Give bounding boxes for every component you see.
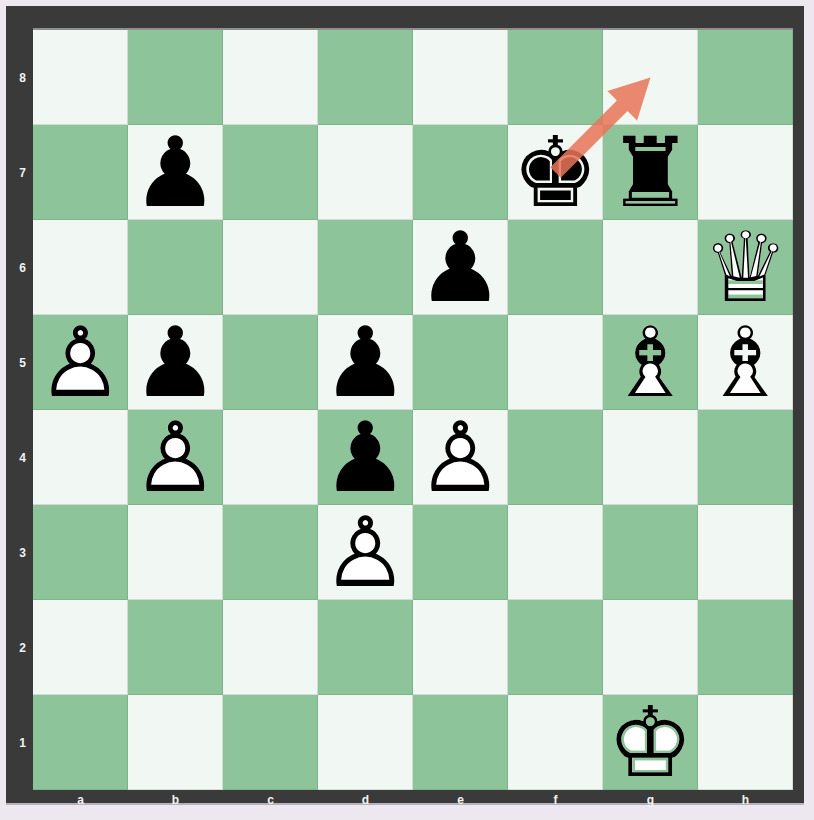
rank-label-3: 3 <box>12 505 33 600</box>
board-frame: 87654321 abcdefgh ♙♟♔♚♖♜♙♟♛♕♟♙♙♟♙♟♝♗♝♗♟♙… <box>6 6 804 803</box>
piece-black-pawn[interactable]: ♙♟ <box>128 125 223 220</box>
square-e8[interactable] <box>413 30 508 125</box>
square-c6[interactable] <box>223 220 318 315</box>
square-a2[interactable] <box>33 600 128 695</box>
rank-label-1: 1 <box>12 695 33 790</box>
square-c5[interactable] <box>223 315 318 410</box>
square-e1[interactable] <box>413 695 508 790</box>
piece-black-pawn[interactable]: ♙♟ <box>413 220 508 315</box>
square-c1[interactable] <box>223 695 318 790</box>
square-a3[interactable] <box>33 505 128 600</box>
square-a4[interactable] <box>33 410 128 505</box>
square-f8[interactable] <box>508 30 603 125</box>
rank-label-5: 5 <box>12 315 33 410</box>
square-a8[interactable] <box>33 30 128 125</box>
rank-label-7: 7 <box>12 125 33 220</box>
square-f5[interactable] <box>508 315 603 410</box>
file-label-e: e <box>413 790 508 809</box>
pawn-glyph: ♟ <box>128 125 223 220</box>
queen-glyph-underlay: ♛ <box>698 220 793 315</box>
square-h2[interactable] <box>698 600 793 695</box>
bishop-glyph: ♗ <box>698 315 793 410</box>
bishop-glyph-underlay: ♝ <box>698 315 793 410</box>
king-glyph-underlay: ♔ <box>508 125 603 220</box>
pawn-glyph: ♟ <box>128 315 223 410</box>
square-d5[interactable]: ♙♟ <box>318 315 413 410</box>
square-c4[interactable] <box>223 410 318 505</box>
piece-white-pawn[interactable]: ♟♙ <box>413 410 508 505</box>
pawn-glyph-underlay: ♙ <box>128 315 223 410</box>
file-label-b: b <box>128 790 223 809</box>
square-f1[interactable] <box>508 695 603 790</box>
file-labels: abcdefgh <box>33 790 793 809</box>
square-d6[interactable] <box>318 220 413 315</box>
square-b5[interactable]: ♙♟ <box>128 315 223 410</box>
square-f6[interactable] <box>508 220 603 315</box>
piece-white-pawn[interactable]: ♟♙ <box>33 315 128 410</box>
square-b4[interactable]: ♟♙ <box>128 410 223 505</box>
bishop-glyph: ♗ <box>603 315 698 410</box>
rank-label-4: 4 <box>12 410 33 505</box>
king-glyph: ♔ <box>603 695 698 790</box>
square-b7[interactable]: ♙♟ <box>128 125 223 220</box>
pawn-glyph-underlay: ♙ <box>318 410 413 505</box>
square-d1[interactable] <box>318 695 413 790</box>
square-f4[interactable] <box>508 410 603 505</box>
file-label-c: c <box>223 790 318 809</box>
file-label-a: a <box>33 790 128 809</box>
square-h3[interactable] <box>698 505 793 600</box>
square-d3[interactable]: ♟♙ <box>318 505 413 600</box>
square-h8[interactable] <box>698 30 793 125</box>
square-b2[interactable] <box>128 600 223 695</box>
piece-white-king[interactable]: ♚♔ <box>603 695 698 790</box>
queen-glyph: ♕ <box>698 220 793 315</box>
square-g3[interactable] <box>603 505 698 600</box>
piece-white-bishop[interactable]: ♝♗ <box>603 315 698 410</box>
pawn-glyph: ♟ <box>318 410 413 505</box>
pawn-glyph: ♙ <box>33 315 128 410</box>
square-c3[interactable] <box>223 505 318 600</box>
square-g1[interactable]: ♚♔ <box>603 695 698 790</box>
pawn-glyph-underlay: ♙ <box>318 315 413 410</box>
rook-glyph: ♜ <box>603 125 698 220</box>
square-a5[interactable]: ♟♙ <box>33 315 128 410</box>
square-e7[interactable] <box>413 125 508 220</box>
square-c7[interactable] <box>223 125 318 220</box>
pawn-glyph: ♙ <box>413 410 508 505</box>
square-e4[interactable]: ♟♙ <box>413 410 508 505</box>
square-h4[interactable] <box>698 410 793 505</box>
square-e5[interactable] <box>413 315 508 410</box>
king-glyph-underlay: ♚ <box>603 695 698 790</box>
square-f3[interactable] <box>508 505 603 600</box>
file-label-h: h <box>698 790 793 809</box>
pawn-glyph-underlay: ♙ <box>413 220 508 315</box>
square-b8[interactable] <box>128 30 223 125</box>
rank-label-6: 6 <box>12 220 33 315</box>
square-b1[interactable] <box>128 695 223 790</box>
pawn-glyph-underlay: ♙ <box>128 125 223 220</box>
square-e3[interactable] <box>413 505 508 600</box>
square-h1[interactable] <box>698 695 793 790</box>
pawn-glyph-underlay: ♟ <box>318 505 413 600</box>
piece-white-pawn[interactable]: ♟♙ <box>128 410 223 505</box>
square-g5[interactable]: ♝♗ <box>603 315 698 410</box>
pawn-glyph-underlay: ♟ <box>413 410 508 505</box>
rank-labels: 87654321 <box>12 30 33 790</box>
file-label-f: f <box>508 790 603 809</box>
pawn-glyph: ♟ <box>318 315 413 410</box>
pawn-glyph-underlay: ♟ <box>128 410 223 505</box>
file-label-d: d <box>318 790 413 809</box>
pawn-glyph-underlay: ♟ <box>33 315 128 410</box>
piece-white-bishop[interactable]: ♝♗ <box>698 315 793 410</box>
square-h6[interactable]: ♛♕ <box>698 220 793 315</box>
king-glyph: ♚ <box>508 125 603 220</box>
piece-white-queen[interactable]: ♛♕ <box>698 220 793 315</box>
piece-white-pawn[interactable]: ♟♙ <box>318 505 413 600</box>
square-d7[interactable] <box>318 125 413 220</box>
piece-black-pawn[interactable]: ♙♟ <box>318 410 413 505</box>
piece-black-pawn[interactable]: ♙♟ <box>128 315 223 410</box>
square-e6[interactable]: ♙♟ <box>413 220 508 315</box>
piece-black-pawn[interactable]: ♙♟ <box>318 315 413 410</box>
square-c8[interactable] <box>223 30 318 125</box>
square-g7[interactable]: ♖♜ <box>603 125 698 220</box>
square-c2[interactable] <box>223 600 318 695</box>
pawn-glyph: ♙ <box>128 410 223 505</box>
square-g2[interactable] <box>603 600 698 695</box>
square-h5[interactable]: ♝♗ <box>698 315 793 410</box>
piece-black-rook[interactable]: ♖♜ <box>603 125 698 220</box>
square-f7[interactable]: ♔♚ <box>508 125 603 220</box>
chess-board: ♙♟♔♚♖♜♙♟♛♕♟♙♙♟♙♟♝♗♝♗♟♙♙♟♟♙♟♙♚♔ <box>33 28 793 790</box>
rank-label-2: 2 <box>12 600 33 695</box>
square-g4[interactable] <box>603 410 698 505</box>
piece-black-king[interactable]: ♔♚ <box>508 125 603 220</box>
square-b3[interactable] <box>128 505 223 600</box>
square-h7[interactable] <box>698 125 793 220</box>
square-g8[interactable] <box>603 30 698 125</box>
square-b6[interactable] <box>128 220 223 315</box>
bishop-glyph-underlay: ♝ <box>603 315 698 410</box>
file-label-g: g <box>603 790 698 809</box>
square-a7[interactable] <box>33 125 128 220</box>
pawn-glyph: ♙ <box>318 505 413 600</box>
square-e2[interactable] <box>413 600 508 695</box>
square-d4[interactable]: ♙♟ <box>318 410 413 505</box>
square-f2[interactable] <box>508 600 603 695</box>
square-a1[interactable] <box>33 695 128 790</box>
square-a6[interactable] <box>33 220 128 315</box>
pawn-glyph: ♟ <box>413 220 508 315</box>
square-d8[interactable] <box>318 30 413 125</box>
rank-label-8: 8 <box>12 30 33 125</box>
rook-glyph-underlay: ♖ <box>603 125 698 220</box>
square-g6[interactable] <box>603 220 698 315</box>
page-background: 87654321 abcdefgh ♙♟♔♚♖♜♙♟♛♕♟♙♙♟♙♟♝♗♝♗♟♙… <box>0 0 814 820</box>
square-d2[interactable] <box>318 600 413 695</box>
